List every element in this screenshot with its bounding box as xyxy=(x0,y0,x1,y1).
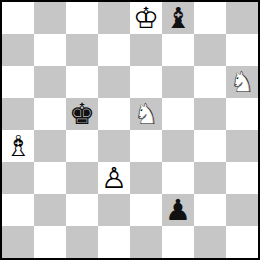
square-h8[interactable] xyxy=(226,2,258,34)
square-b1[interactable] xyxy=(34,226,66,258)
square-d6[interactable] xyxy=(98,66,130,98)
square-e2[interactable] xyxy=(130,194,162,226)
square-a6[interactable] xyxy=(2,66,34,98)
square-f4[interactable] xyxy=(162,130,194,162)
square-c6[interactable] xyxy=(66,66,98,98)
black-pawn: ♟ xyxy=(162,194,194,226)
square-f1[interactable] xyxy=(162,226,194,258)
square-e5[interactable]: ♞♘ xyxy=(130,98,162,130)
square-c5[interactable]: ♚ xyxy=(66,98,98,130)
square-f2[interactable]: ♟ xyxy=(162,194,194,226)
square-f5[interactable] xyxy=(162,98,194,130)
square-c1[interactable] xyxy=(66,226,98,258)
square-d1[interactable] xyxy=(98,226,130,258)
white-king-icon: ♔ xyxy=(130,2,162,34)
square-b4[interactable] xyxy=(34,130,66,162)
square-c4[interactable] xyxy=(66,130,98,162)
square-a5[interactable] xyxy=(2,98,34,130)
square-e4[interactable] xyxy=(130,130,162,162)
square-b3[interactable] xyxy=(34,162,66,194)
square-a3[interactable] xyxy=(2,162,34,194)
square-d5[interactable] xyxy=(98,98,130,130)
chess-diagram: ♚♔♝♞♘♚♞♘♝♗♟♙♟ xyxy=(0,0,260,260)
square-d2[interactable] xyxy=(98,194,130,226)
white-bishop-icon: ♗ xyxy=(2,130,34,162)
square-h6[interactable]: ♞♘ xyxy=(226,66,258,98)
black-bishop-icon: ♝ xyxy=(162,2,194,34)
square-h1[interactable] xyxy=(226,226,258,258)
square-g6[interactable] xyxy=(194,66,226,98)
square-h7[interactable] xyxy=(226,34,258,66)
white-knight: ♞♘ xyxy=(130,98,162,130)
square-g7[interactable] xyxy=(194,34,226,66)
square-b2[interactable] xyxy=(34,194,66,226)
black-bishop: ♝ xyxy=(162,2,194,34)
black-pawn-icon: ♟ xyxy=(162,194,194,226)
square-d3[interactable]: ♟♙ xyxy=(98,162,130,194)
square-e6[interactable] xyxy=(130,66,162,98)
white-bishop: ♝♗ xyxy=(2,130,34,162)
square-d8[interactable] xyxy=(98,2,130,34)
square-c2[interactable] xyxy=(66,194,98,226)
white-knight: ♞♘ xyxy=(226,66,258,98)
square-c3[interactable] xyxy=(66,162,98,194)
square-h4[interactable] xyxy=(226,130,258,162)
square-d7[interactable] xyxy=(98,34,130,66)
white-pawn: ♟♙ xyxy=(98,162,130,194)
chess-board: ♚♔♝♞♘♚♞♘♝♗♟♙♟ xyxy=(0,0,260,260)
square-a4[interactable]: ♝♗ xyxy=(2,130,34,162)
square-a8[interactable] xyxy=(2,2,34,34)
square-h2[interactable] xyxy=(226,194,258,226)
square-f8[interactable]: ♝ xyxy=(162,2,194,34)
square-g8[interactable] xyxy=(194,2,226,34)
square-d4[interactable] xyxy=(98,130,130,162)
square-g2[interactable] xyxy=(194,194,226,226)
square-a2[interactable] xyxy=(2,194,34,226)
white-king: ♚♔ xyxy=(130,2,162,34)
square-c7[interactable] xyxy=(66,34,98,66)
white-pawn-icon: ♙ xyxy=(98,162,130,194)
square-g3[interactable] xyxy=(194,162,226,194)
square-h5[interactable] xyxy=(226,98,258,130)
square-g1[interactable] xyxy=(194,226,226,258)
square-e3[interactable] xyxy=(130,162,162,194)
square-b6[interactable] xyxy=(34,66,66,98)
square-c8[interactable] xyxy=(66,2,98,34)
square-h3[interactable] xyxy=(226,162,258,194)
black-king: ♚ xyxy=(66,98,98,130)
square-f3[interactable] xyxy=(162,162,194,194)
square-a1[interactable] xyxy=(2,226,34,258)
white-knight-icon: ♘ xyxy=(130,98,162,130)
square-e1[interactable] xyxy=(130,226,162,258)
square-f6[interactable] xyxy=(162,66,194,98)
square-b8[interactable] xyxy=(34,2,66,34)
square-e8[interactable]: ♚♔ xyxy=(130,2,162,34)
square-g5[interactable] xyxy=(194,98,226,130)
white-knight-icon: ♘ xyxy=(226,66,258,98)
square-f7[interactable] xyxy=(162,34,194,66)
square-g4[interactable] xyxy=(194,130,226,162)
square-b5[interactable] xyxy=(34,98,66,130)
black-king-icon: ♚ xyxy=(66,98,98,130)
square-b7[interactable] xyxy=(34,34,66,66)
square-a7[interactable] xyxy=(2,34,34,66)
square-e7[interactable] xyxy=(130,34,162,66)
